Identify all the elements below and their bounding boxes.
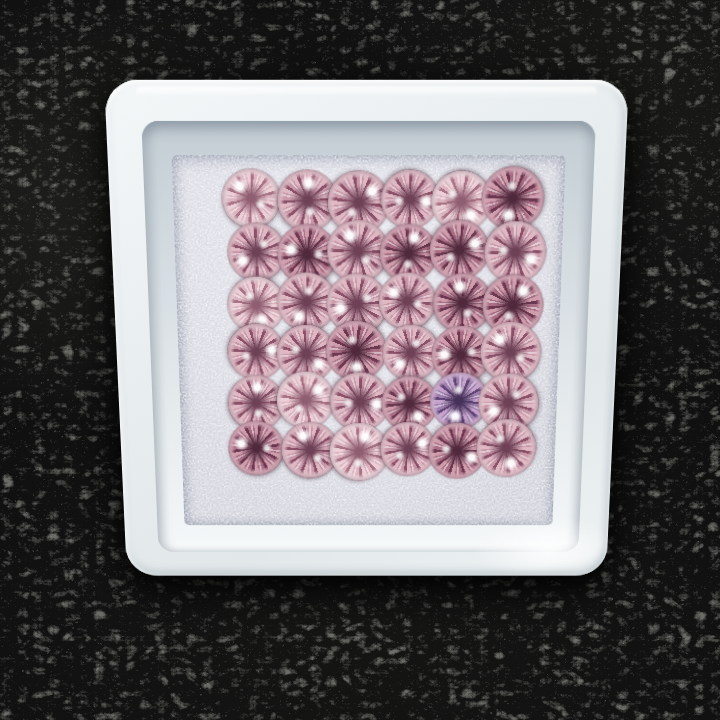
gem-grid <box>226 174 541 473</box>
gemstone-photo-scene <box>0 0 720 720</box>
gem-r5c2 <box>275 369 337 430</box>
gem-r1c1 <box>221 169 280 228</box>
box-top-edge-highlight <box>136 86 597 97</box>
gem-display-box <box>104 80 629 576</box>
box-foam-pad <box>172 155 566 525</box>
